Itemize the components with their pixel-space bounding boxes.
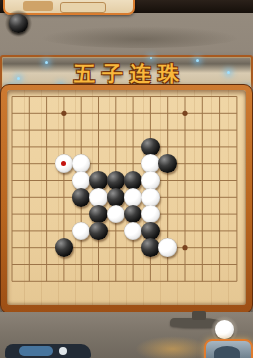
turn-indicator-black <box>5 10 32 37</box>
mist-painting <box>40 26 240 48</box>
opponent-avatar-bottom[interactable] <box>204 339 253 358</box>
black-stone <box>72 188 91 207</box>
white-stone <box>158 238 177 257</box>
sparkle-icon <box>150 57 152 59</box>
black-stone-icon <box>9 14 28 33</box>
black-stone <box>55 238 74 257</box>
game-screen: 五子连珠 <box>0 0 253 358</box>
white-stone <box>124 222 143 241</box>
white-stone <box>141 205 160 224</box>
black-stone <box>107 171 126 190</box>
sparkle-icon <box>17 77 20 80</box>
black-stone <box>158 154 177 173</box>
white-stone <box>72 222 91 241</box>
avatar-decoration <box>214 346 240 358</box>
sparkle-icon <box>196 59 199 62</box>
white-stone <box>89 188 108 207</box>
boat-cabin <box>192 311 206 320</box>
white-stone <box>141 154 160 173</box>
black-stone <box>89 205 108 224</box>
white-stone <box>124 188 143 207</box>
white-stone <box>107 205 126 224</box>
black-stone <box>141 238 160 257</box>
character-head <box>59 347 67 355</box>
black-stone <box>141 138 160 157</box>
white-stone-icon <box>215 320 234 339</box>
avatar-decoration <box>60 2 106 13</box>
sparkle-icon <box>227 71 230 74</box>
avatar-decoration <box>23 1 53 11</box>
sparkle-icon <box>45 61 48 64</box>
stones-layer <box>3 88 245 290</box>
black-stone <box>107 188 126 207</box>
last-move-marker <box>61 161 66 166</box>
lantern-glow <box>135 336 210 358</box>
black-stone <box>141 222 160 241</box>
character-figure <box>5 344 91 358</box>
white-stone <box>141 188 160 207</box>
character-cloth <box>19 346 53 356</box>
white-stone <box>72 171 91 190</box>
black-stone <box>89 222 108 241</box>
black-stone <box>124 171 143 190</box>
white-stone <box>55 154 74 173</box>
black-stone <box>124 205 143 224</box>
white-stone <box>141 171 160 190</box>
black-stone <box>89 171 108 190</box>
white-stone <box>72 154 91 173</box>
